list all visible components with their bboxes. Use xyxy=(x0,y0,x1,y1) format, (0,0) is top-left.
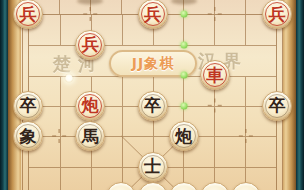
piece-black[interactable]: 卒 xyxy=(262,91,292,121)
move-path-dot[interactable] xyxy=(180,102,187,109)
piece-red[interactable]: 炮 xyxy=(75,91,105,121)
piece-black[interactable]: 卒 xyxy=(138,91,168,121)
piece-black[interactable]: 士 xyxy=(138,152,168,182)
piece-red[interactable]: 兵 xyxy=(138,0,168,29)
move-path-dot[interactable] xyxy=(180,72,187,79)
piece-red[interactable]: 車 xyxy=(200,60,230,90)
sparkle-effect xyxy=(65,74,74,83)
move-path-dot[interactable] xyxy=(180,41,187,48)
piece-red[interactable]: 兵 xyxy=(13,0,43,29)
piece-red[interactable]: 兵 xyxy=(262,0,292,29)
piece-black[interactable]: 卒 xyxy=(13,91,43,121)
piece-black[interactable]: 炮 xyxy=(169,121,199,151)
move-path-dot[interactable] xyxy=(180,11,187,18)
piece-red[interactable]: 兵 xyxy=(75,30,105,60)
piece-black[interactable]: 象 xyxy=(13,121,43,151)
piece-black[interactable]: 馬 xyxy=(75,121,105,151)
jj-xiangqi-logo-text: JJ象棋 xyxy=(132,55,174,73)
xiangqi-game-screen: 楚河 汉界 JJ象棋 兵兵兵兵車炮卒卒卒象馬炮士 xyxy=(0,0,304,190)
